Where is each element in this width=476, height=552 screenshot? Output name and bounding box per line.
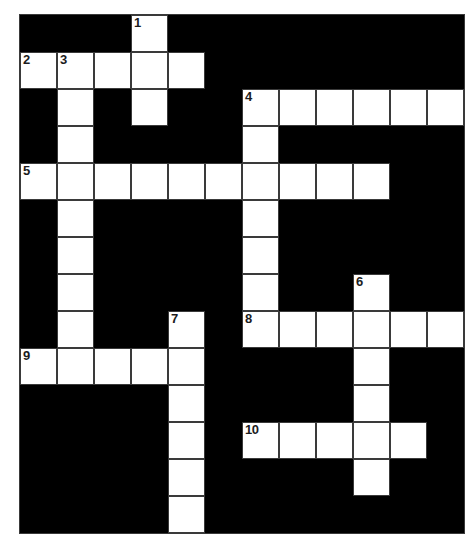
white-cell-r8c9[interactable] [353,311,390,348]
black-cell-r1c7 [279,52,316,89]
black-cell-r12c7 [279,459,316,496]
black-cell-r11c1 [57,422,94,459]
white-cell-r2c10[interactable] [390,89,427,126]
white-cell-r8c1[interactable] [57,311,94,348]
white-cell-r1c0[interactable]: 2 [20,52,57,89]
black-cell-r5c8 [316,200,353,237]
black-cell-r2c5 [205,89,242,126]
white-cell-r4c8[interactable] [316,163,353,200]
black-cell-r1c8 [316,52,353,89]
black-cell-r0c0 [20,15,57,52]
black-cell-r13c8 [316,496,353,533]
clue-number: 1 [134,16,141,31]
white-cell-r4c1[interactable] [57,163,94,200]
white-cell-r9c9[interactable] [353,348,390,385]
white-cell-r5c6[interactable] [242,200,279,237]
black-cell-r12c1 [57,459,94,496]
black-cell-r5c7 [279,200,316,237]
white-cell-r0c3[interactable]: 1 [131,15,168,52]
white-cell-r9c3[interactable] [131,348,168,385]
clue-number: 3 [60,53,67,68]
black-cell-r7c5 [205,274,242,311]
black-cell-r6c11 [427,237,464,274]
black-cell-r10c5 [205,385,242,422]
white-cell-r2c3[interactable] [131,89,168,126]
black-cell-r7c3 [131,274,168,311]
black-cell-r5c9 [353,200,390,237]
black-cell-r5c3 [131,200,168,237]
black-cell-r12c5 [205,459,242,496]
black-cell-r11c3 [131,422,168,459]
black-cell-r0c8 [316,15,353,52]
black-cell-r2c4 [168,89,205,126]
black-cell-r11c5 [205,422,242,459]
white-cell-r1c2[interactable] [94,52,131,89]
clue-number: 4 [245,90,252,105]
black-cell-r10c3 [131,385,168,422]
black-cell-r3c11 [427,126,464,163]
white-cell-r6c6[interactable] [242,237,279,274]
white-cell-r8c6[interactable]: 8 [242,311,279,348]
white-cell-r11c9[interactable] [353,422,390,459]
clue-number: 10 [245,423,258,438]
white-cell-r7c6[interactable] [242,274,279,311]
black-cell-r12c6 [242,459,279,496]
black-cell-r10c10 [390,385,427,422]
white-cell-r4c3[interactable] [131,163,168,200]
black-cell-r12c10 [390,459,427,496]
black-cell-r4c11 [427,163,464,200]
white-cell-r9c4[interactable] [168,348,205,385]
black-cell-r1c6 [242,52,279,89]
white-cell-r7c1[interactable] [57,274,94,311]
black-cell-r9c8 [316,348,353,385]
black-cell-r7c4 [168,274,205,311]
black-cell-r0c9 [353,15,390,52]
white-cell-r2c1[interactable] [57,89,94,126]
black-cell-r9c11 [427,348,464,385]
black-cell-r5c5 [205,200,242,237]
black-cell-r8c2 [94,311,131,348]
black-cell-r4c10 [390,163,427,200]
white-cell-r11c8[interactable] [316,422,353,459]
black-cell-r1c10 [390,52,427,89]
white-cell-r2c7[interactable] [279,89,316,126]
white-cell-r6c1[interactable] [57,237,94,274]
white-cell-r8c8[interactable] [316,311,353,348]
black-cell-r6c3 [131,237,168,274]
black-cell-r0c1 [57,15,94,52]
black-cell-r5c11 [427,200,464,237]
black-cell-r6c0 [20,237,57,274]
black-cell-r13c9 [353,496,390,533]
white-cell-r11c4[interactable] [168,422,205,459]
black-cell-r1c9 [353,52,390,89]
white-cell-r2c11[interactable] [427,89,464,126]
white-cell-r3c6[interactable] [242,126,279,163]
black-cell-r13c5 [205,496,242,533]
black-cell-r0c2 [94,15,131,52]
black-cell-r0c10 [390,15,427,52]
black-cell-r13c6 [242,496,279,533]
black-cell-r12c8 [316,459,353,496]
black-cell-r6c5 [205,237,242,274]
black-cell-r3c0 [20,126,57,163]
black-cell-r10c1 [57,385,94,422]
clue-number: 2 [23,53,30,68]
clue-number: 6 [356,275,363,290]
white-cell-r8c4[interactable]: 7 [168,311,205,348]
black-cell-r13c1 [57,496,94,533]
black-cell-r13c3 [131,496,168,533]
white-cell-r8c7[interactable] [279,311,316,348]
clue-number: 8 [245,312,252,327]
white-cell-r7c9[interactable]: 6 [353,274,390,311]
white-cell-r4c9[interactable] [353,163,390,200]
black-cell-r3c9 [353,126,390,163]
crossword-page: 12345678910 [0,0,476,552]
black-cell-r3c2 [94,126,131,163]
black-cell-r8c0 [20,311,57,348]
black-cell-r11c2 [94,422,131,459]
white-cell-r11c6[interactable]: 10 [242,422,279,459]
black-cell-r13c2 [94,496,131,533]
white-cell-r5c1[interactable] [57,200,94,237]
black-cell-r9c10 [390,348,427,385]
crossword-board: 12345678910 [19,14,465,534]
black-cell-r10c2 [94,385,131,422]
white-cell-r1c3[interactable] [131,52,168,89]
white-cell-r2c6[interactable]: 4 [242,89,279,126]
black-cell-r10c8 [316,385,353,422]
black-cell-r8c3 [131,311,168,348]
black-cell-r13c10 [390,496,427,533]
black-cell-r7c0 [20,274,57,311]
black-cell-r12c11 [427,459,464,496]
black-cell-r0c7 [279,15,316,52]
black-cell-r10c0 [20,385,57,422]
black-cell-r5c0 [20,200,57,237]
black-cell-r11c0 [20,422,57,459]
black-cell-r6c2 [94,237,131,274]
black-cell-r0c5 [205,15,242,52]
white-cell-r11c7[interactable] [279,422,316,459]
white-cell-r8c11[interactable] [427,311,464,348]
black-cell-r2c0 [20,89,57,126]
black-cell-r3c3 [131,126,168,163]
black-cell-r7c7 [279,274,316,311]
white-cell-r4c0[interactable]: 5 [20,163,57,200]
black-cell-r3c4 [168,126,205,163]
white-cell-r9c1[interactable] [57,348,94,385]
black-cell-r3c7 [279,126,316,163]
clue-number: 9 [23,349,30,364]
black-cell-r0c6 [242,15,279,52]
black-cell-r7c2 [94,274,131,311]
black-cell-r0c4 [168,15,205,52]
white-cell-r1c1[interactable]: 3 [57,52,94,89]
white-cell-r10c4[interactable] [168,385,205,422]
black-cell-r6c4 [168,237,205,274]
black-cell-r6c10 [390,237,427,274]
clue-number: 5 [23,164,30,179]
white-cell-r1c4[interactable] [168,52,205,89]
white-cell-r2c8[interactable] [316,89,353,126]
black-cell-r1c5 [205,52,242,89]
black-cell-r6c7 [279,237,316,274]
black-cell-r6c9 [353,237,390,274]
black-cell-r11c11 [427,422,464,459]
black-cell-r6c8 [316,237,353,274]
black-cell-r7c8 [316,274,353,311]
black-cell-r12c0 [20,459,57,496]
black-cell-r9c7 [279,348,316,385]
black-cell-r12c2 [94,459,131,496]
black-cell-r3c10 [390,126,427,163]
clue-number: 7 [171,312,178,327]
black-cell-r7c10 [390,274,427,311]
white-cell-r4c6[interactable] [242,163,279,200]
white-cell-r12c9[interactable] [353,459,390,496]
black-cell-r9c6 [242,348,279,385]
black-cell-r10c7 [279,385,316,422]
black-cell-r3c5 [205,126,242,163]
white-cell-r11c10[interactable] [390,422,427,459]
white-cell-r3c1[interactable] [57,126,94,163]
black-cell-r13c7 [279,496,316,533]
black-cell-r13c11 [427,496,464,533]
black-cell-r7c11 [427,274,464,311]
black-cell-r3c8 [316,126,353,163]
black-cell-r13c0 [20,496,57,533]
black-cell-r5c2 [94,200,131,237]
white-cell-r4c2[interactable] [94,163,131,200]
white-cell-r4c5[interactable] [205,163,242,200]
black-cell-r12c3 [131,459,168,496]
white-cell-r9c2[interactable] [94,348,131,385]
black-cell-r0c11 [427,15,464,52]
white-cell-r4c4[interactable] [168,163,205,200]
black-cell-r5c10 [390,200,427,237]
black-cell-r8c5 [205,311,242,348]
white-cell-r8c10[interactable] [390,311,427,348]
black-cell-r10c11 [427,385,464,422]
black-cell-r10c6 [242,385,279,422]
black-cell-r1c11 [427,52,464,89]
black-cell-r5c4 [168,200,205,237]
black-cell-r9c5 [205,348,242,385]
white-cell-r13c4[interactable] [168,496,205,533]
white-cell-r10c9[interactable] [353,385,390,422]
black-cell-r2c2 [94,89,131,126]
white-cell-r4c7[interactable] [279,163,316,200]
white-cell-r2c9[interactable] [353,89,390,126]
white-cell-r12c4[interactable] [168,459,205,496]
white-cell-r9c0[interactable]: 9 [20,348,57,385]
